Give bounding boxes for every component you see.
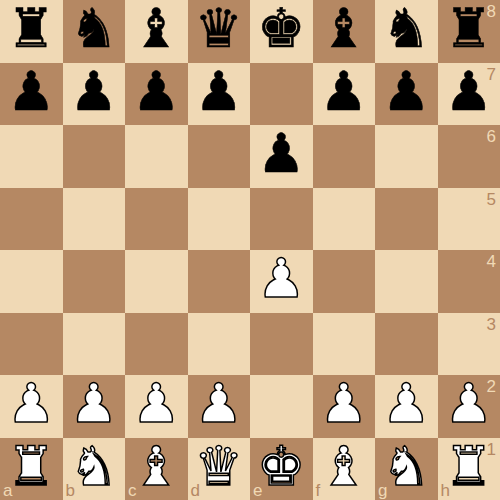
square-a1[interactable]: a♜ [0,438,63,500]
square-d7[interactable]: ♟ [188,63,251,126]
square-a7[interactable]: ♟ [0,63,63,126]
square-h1[interactable]: 1h♜ [438,438,500,500]
square-b3[interactable] [63,313,126,376]
piece-black-knight[interactable]: ♞ [70,2,118,56]
piece-black-pawn[interactable]: ♟ [195,65,243,119]
square-h3[interactable]: 3 [438,313,500,376]
square-d6[interactable] [188,125,251,188]
piece-white-rook[interactable]: ♜ [445,440,493,494]
piece-white-queen[interactable]: ♛ [195,440,243,494]
square-e3[interactable] [250,313,313,376]
piece-white-king[interactable]: ♚ [257,440,305,494]
square-b5[interactable] [63,188,126,251]
square-e5[interactable] [250,188,313,251]
piece-white-pawn[interactable]: ♟ [195,377,243,431]
piece-white-pawn[interactable]: ♟ [257,252,305,306]
square-c6[interactable] [125,125,188,188]
piece-white-bishop[interactable]: ♝ [320,440,368,494]
square-b6[interactable] [63,125,126,188]
piece-white-pawn[interactable]: ♟ [70,377,118,431]
square-e7[interactable] [250,63,313,126]
piece-white-pawn[interactable]: ♟ [382,377,430,431]
piece-white-knight[interactable]: ♞ [70,440,118,494]
piece-black-pawn[interactable]: ♟ [320,65,368,119]
piece-black-pawn[interactable]: ♟ [132,65,180,119]
square-h2[interactable]: 2♟ [438,375,500,438]
square-g7[interactable]: ♟ [375,63,438,126]
square-b7[interactable]: ♟ [63,63,126,126]
square-g2[interactable]: ♟ [375,375,438,438]
piece-black-pawn[interactable]: ♟ [7,65,55,119]
rank-label-5: 5 [487,191,496,208]
piece-black-bishop[interactable]: ♝ [132,2,180,56]
square-g4[interactable] [375,250,438,313]
square-f4[interactable] [313,250,376,313]
square-e1[interactable]: e♚ [250,438,313,500]
square-e4[interactable]: ♟ [250,250,313,313]
square-f5[interactable] [313,188,376,251]
piece-black-pawn[interactable]: ♟ [445,65,493,119]
square-f2[interactable]: ♟ [313,375,376,438]
square-b8[interactable]: ♞ [63,0,126,63]
square-f8[interactable]: ♝ [313,0,376,63]
square-c4[interactable] [125,250,188,313]
square-h5[interactable]: 5 [438,188,500,251]
piece-black-pawn[interactable]: ♟ [382,65,430,119]
square-d2[interactable]: ♟ [188,375,251,438]
rank-label-3: 3 [487,316,496,333]
square-e6[interactable]: ♟ [250,125,313,188]
chess-board: ♜♞♝♛♚♝♞8♜♟♟♟♟♟♟7♟♟65♟43♟♟♟♟♟♟2♟a♜b♞c♝d♛e… [0,0,500,500]
square-g3[interactable] [375,313,438,376]
square-g5[interactable] [375,188,438,251]
piece-black-queen[interactable]: ♛ [195,2,243,56]
square-f3[interactable] [313,313,376,376]
square-c7[interactable]: ♟ [125,63,188,126]
piece-black-pawn[interactable]: ♟ [257,127,305,181]
square-h6[interactable]: 6 [438,125,500,188]
square-a4[interactable] [0,250,63,313]
piece-white-pawn[interactable]: ♟ [320,377,368,431]
piece-white-knight[interactable]: ♞ [382,440,430,494]
square-d8[interactable]: ♛ [188,0,251,63]
piece-black-rook[interactable]: ♜ [7,2,55,56]
square-g8[interactable]: ♞ [375,0,438,63]
square-g1[interactable]: g♞ [375,438,438,500]
piece-black-rook[interactable]: ♜ [445,2,493,56]
rank-label-4: 4 [487,253,496,270]
square-b2[interactable]: ♟ [63,375,126,438]
square-d3[interactable] [188,313,251,376]
square-a6[interactable] [0,125,63,188]
square-d5[interactable] [188,188,251,251]
square-c3[interactable] [125,313,188,376]
square-h4[interactable]: 4 [438,250,500,313]
rank-label-6: 6 [487,128,496,145]
square-d4[interactable] [188,250,251,313]
square-f6[interactable] [313,125,376,188]
square-b1[interactable]: b♞ [63,438,126,500]
square-e8[interactable]: ♚ [250,0,313,63]
piece-white-bishop[interactable]: ♝ [132,440,180,494]
square-d1[interactable]: d♛ [188,438,251,500]
square-f7[interactable]: ♟ [313,63,376,126]
square-b4[interactable] [63,250,126,313]
piece-white-pawn[interactable]: ♟ [7,377,55,431]
square-a8[interactable]: ♜ [0,0,63,63]
square-h8[interactable]: 8♜ [438,0,500,63]
piece-black-bishop[interactable]: ♝ [320,2,368,56]
square-c5[interactable] [125,188,188,251]
square-a2[interactable]: ♟ [0,375,63,438]
square-h7[interactable]: 7♟ [438,63,500,126]
square-c8[interactable]: ♝ [125,0,188,63]
piece-black-pawn[interactable]: ♟ [70,65,118,119]
square-a5[interactable] [0,188,63,251]
piece-white-pawn[interactable]: ♟ [132,377,180,431]
square-c2[interactable]: ♟ [125,375,188,438]
piece-white-rook[interactable]: ♜ [7,440,55,494]
square-c1[interactable]: c♝ [125,438,188,500]
piece-white-pawn[interactable]: ♟ [445,377,493,431]
square-g6[interactable] [375,125,438,188]
piece-black-knight[interactable]: ♞ [382,2,430,56]
square-a3[interactable] [0,313,63,376]
square-e2[interactable] [250,375,313,438]
square-f1[interactable]: f♝ [313,438,376,500]
piece-black-king[interactable]: ♚ [257,2,305,56]
